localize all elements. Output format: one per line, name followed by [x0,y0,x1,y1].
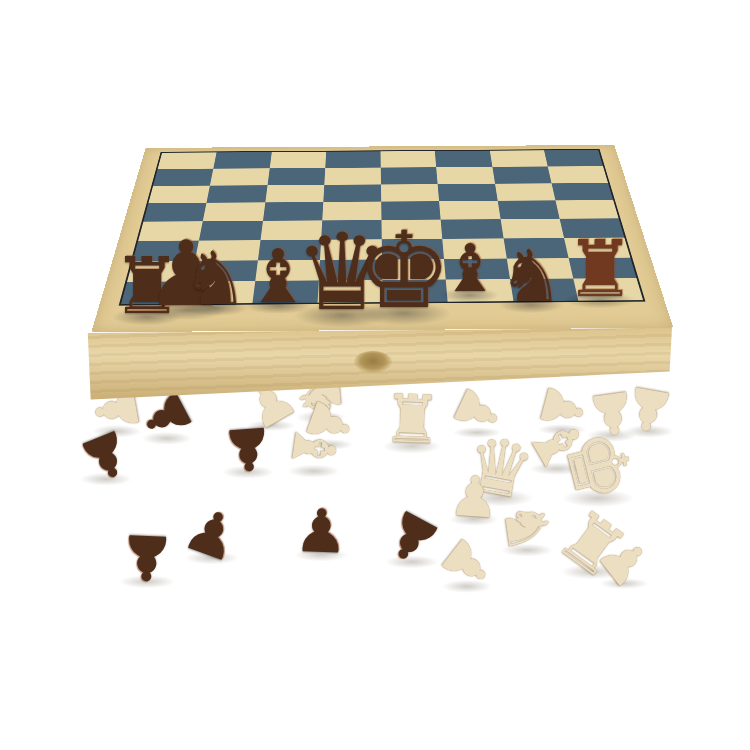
square-r1c1 [158,152,217,168]
square-r4c1 [143,203,206,222]
square-r3c8 [551,183,613,201]
square-r3c7 [495,183,556,201]
square-r3c5 [381,184,439,202]
square-r1c8 [544,150,603,166]
scattered-dark-pawn[interactable]: ♟ [220,418,276,479]
scattered-dark-pawn[interactable]: ♟ [293,500,349,562]
square-r2c2 [210,168,269,185]
square-r2c1 [153,169,213,186]
square-r2c5 [381,167,438,184]
square-r1c2 [214,152,272,168]
standing-dark-bishop[interactable]: ♝ [440,236,499,302]
square-r3c6 [438,183,498,201]
scattered-light-rook[interactable]: ♜ [381,386,442,454]
square-r1c4 [325,151,381,167]
square-r2c3 [267,168,325,185]
standing-dark-knight[interactable]: ♞ [182,241,248,315]
square-r2c4 [324,167,381,184]
scattered-light-bishop[interactable]: ♝ [282,418,347,478]
square-r1c3 [269,152,326,168]
square-r1c7 [489,150,547,166]
product-photo: ♜♟♞♝♛♚♝♞♜♟♟♞♟♝♜♟♛♝♟♟♟♚♟♞♜♟♟♟♟♟♟♟♟♟ [0,0,750,750]
square-r3c3 [265,185,324,203]
scattered-dark-pawn[interactable]: ♟ [176,497,247,572]
square-r1c6 [435,151,492,167]
square-r4c7 [497,201,559,220]
square-r2c8 [547,166,607,183]
brass-clasp-icon [354,351,392,373]
square-r3c1 [148,185,210,203]
standing-dark-knight[interactable]: ♞ [499,240,564,312]
standing-dark-king[interactable]: ♚ [356,218,451,324]
square-r4c2 [203,203,265,222]
square-r2c7 [492,166,551,183]
standing-dark-rook[interactable]: ♜ [565,230,635,308]
square-r4c8 [555,200,618,219]
scattered-dark-pawn[interactable]: ♟ [118,525,176,589]
square-r2c6 [436,167,494,184]
square-r3c2 [207,185,268,203]
square-r1c5 [381,151,437,167]
square-r3c4 [323,184,381,202]
